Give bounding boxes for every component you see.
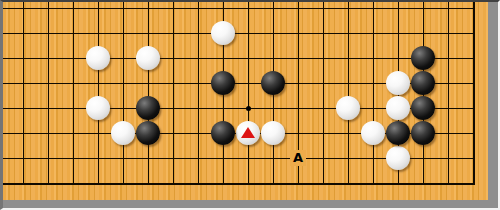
stone-black-f4: ● [136, 96, 160, 120]
grid-line-horizontal [3, 183, 475, 185]
white-stone-glyph: ○ [138, 46, 157, 70]
stone-black-l5: ● [261, 71, 285, 95]
stone-white-q2: ○ [386, 146, 410, 170]
black-stone-glyph: ● [263, 71, 282, 95]
black-stone-glyph: ● [413, 96, 432, 120]
stone-black-r4: ● [411, 96, 435, 120]
white-stone-glyph: ○ [213, 21, 232, 45]
stone-black-j5: ● [211, 71, 235, 95]
stone-black-r5: ● [411, 71, 435, 95]
stone-black-r3: ● [411, 121, 435, 145]
stone-white-j7: ○ [211, 21, 235, 45]
stone-white-l3: ○ [261, 121, 285, 145]
white-stone-glyph: ○ [363, 121, 382, 145]
white-stone-glyph: ○ [388, 96, 407, 120]
stone-black-j3: ● [211, 121, 235, 145]
white-stone-glyph: ○ [263, 121, 282, 145]
stone-white-f6: ○ [136, 46, 160, 70]
white-stone-glyph: ○ [338, 96, 357, 120]
black-stone-glyph: ● [213, 71, 232, 95]
stone-black-q3: ● [386, 121, 410, 145]
white-stone-glyph: ○ [113, 121, 132, 145]
grid-line-horizontal [3, 33, 475, 34]
black-stone-glyph: ● [138, 121, 157, 145]
goban[interactable]: ○○○○○○○○○○○○●●●●●●●●●●A [3, 2, 488, 200]
stone-white-k3: ○ [236, 121, 260, 145]
white-stone-glyph: ○ [388, 71, 407, 95]
black-stone-glyph: ● [413, 121, 432, 145]
stone-white-p3: ○ [361, 121, 385, 145]
white-stone-glyph: ○ [88, 96, 107, 120]
black-stone-glyph: ● [138, 96, 157, 120]
black-stone-glyph: ● [413, 46, 432, 70]
stone-black-r6: ● [411, 46, 435, 70]
black-stone-glyph: ● [213, 121, 232, 145]
white-stone-glyph: ○ [388, 146, 407, 170]
grid-line-horizontal [3, 8, 475, 9]
stone-white-q5: ○ [386, 71, 410, 95]
stone-white-q4: ○ [386, 96, 410, 120]
stone-white-o4: ○ [336, 96, 360, 120]
star-point [246, 106, 251, 111]
point-label-a[interactable]: A [290, 150, 306, 166]
white-stone-glyph: ○ [88, 46, 107, 70]
grid-line-horizontal [3, 58, 475, 59]
stone-white-d4: ○ [86, 96, 110, 120]
board-frame: ○○○○○○○○○○○○●●●●●●●●●●A [0, 0, 500, 210]
stone-black-f3: ● [136, 121, 160, 145]
black-stone-glyph: ● [413, 71, 432, 95]
black-stone-glyph: ● [388, 121, 407, 145]
triangle-marker-icon [241, 127, 255, 138]
stone-white-e3: ○ [111, 121, 135, 145]
stone-white-d6: ○ [86, 46, 110, 70]
